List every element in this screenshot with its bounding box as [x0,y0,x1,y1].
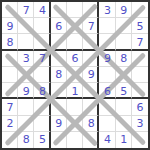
cell-r2c6[interactable]: 7 [83,18,99,34]
cell-r4c1[interactable] [2,51,18,67]
cell-r9c6[interactable] [83,132,99,148]
cell-r3c4[interactable] [51,34,67,50]
cell-r6c7[interactable]: 6 [99,83,115,99]
cell-r7c5[interactable] [67,99,83,115]
cell-r3c8[interactable] [116,34,132,50]
cell-r6c2[interactable]: 9 [18,83,34,99]
cell-r5c5[interactable] [67,67,83,83]
cell-r7c4[interactable] [51,99,67,115]
cell-r1c2[interactable]: 7 [18,2,34,18]
cell-r4c8[interactable]: 8 [116,51,132,67]
cell-r5c9[interactable] [132,67,148,83]
cell-r4c4[interactable] [51,51,67,67]
cell-r3c3[interactable] [34,34,50,50]
cell-r4c3[interactable]: 7 [34,51,50,67]
cell-r3c7[interactable] [99,34,115,50]
cell-r6c6[interactable] [83,83,99,99]
cell-r8c4[interactable]: 9 [51,116,67,132]
cell-r6c9[interactable] [132,83,148,99]
cell-r9c4[interactable] [51,132,67,148]
cell-r7c1[interactable]: 7 [2,99,18,115]
cell-r4c6[interactable] [83,51,99,67]
cell-r1c1[interactable] [2,2,18,18]
cell-r7c3[interactable] [34,99,50,115]
cell-r2c1[interactable]: 9 [2,18,18,34]
cell-r1c4[interactable] [51,2,67,18]
cell-r8c3[interactable] [34,116,50,132]
cell-r7c2[interactable] [18,99,34,115]
cell-r9c7[interactable]: 4 [99,132,115,148]
cell-r2c8[interactable] [116,18,132,34]
cell-r3c9[interactable]: 7 [132,34,148,50]
cell-r4c9[interactable] [132,51,148,67]
cell-r7c6[interactable] [83,99,99,115]
cell-r2c4[interactable]: 6 [51,18,67,34]
cell-r2c9[interactable]: 5 [132,18,148,34]
cell-r4c7[interactable]: 9 [99,51,115,67]
cell-r2c7[interactable] [99,18,115,34]
cell-r1c8[interactable]: 9 [116,2,132,18]
cell-r4c2[interactable]: 3 [18,51,34,67]
cell-r5c1[interactable] [2,67,18,83]
cell-r2c5[interactable] [67,18,83,34]
cell-r9c9[interactable] [132,132,148,148]
cell-r8c1[interactable]: 2 [2,116,18,132]
cell-r9c3[interactable]: 5 [34,132,50,148]
cell-r8c7[interactable] [99,116,115,132]
cell-r8c6[interactable]: 8 [83,116,99,132]
cell-r2c2[interactable] [18,18,34,34]
cell-r2c3[interactable] [34,18,50,34]
cell-r5c7[interactable] [99,67,115,83]
cell-r8c2[interactable] [18,116,34,132]
cell-r3c1[interactable]: 8 [2,34,18,50]
cell-r9c1[interactable] [2,132,18,148]
cell-r8c8[interactable] [116,116,132,132]
cell-r7c8[interactable] [116,99,132,115]
cell-r1c9[interactable] [132,2,148,18]
cell-r6c5[interactable]: 1 [67,83,83,99]
cell-r6c8[interactable]: 5 [116,83,132,99]
cell-r6c4[interactable] [51,83,67,99]
cell-r5c6[interactable]: 9 [83,67,99,83]
cell-r8c9[interactable]: 3 [132,116,148,132]
cell-r1c3[interactable]: 4 [34,2,50,18]
cell-r6c3[interactable]: 8 [34,83,50,99]
cell-r8c5[interactable] [67,116,83,132]
cell-r5c4[interactable]: 8 [51,67,67,83]
cell-r5c8[interactable] [116,67,132,83]
cell-r9c8[interactable]: 1 [116,132,132,148]
cell-r1c5[interactable] [67,2,83,18]
cell-r9c2[interactable]: 8 [18,132,34,148]
cell-r6c1[interactable] [2,83,18,99]
cell-r9c5[interactable] [67,132,83,148]
cell-r4c5[interactable]: 6 [67,51,83,67]
cell-r7c9[interactable]: 6 [132,99,148,115]
sudoku-grid: 74399675873769889981657629838541 [2,2,148,148]
cell-r1c6[interactable] [83,2,99,18]
cell-r1c7[interactable]: 3 [99,2,115,18]
cell-r5c3[interactable] [34,67,50,83]
cell-r7c7[interactable] [99,99,115,115]
sudoku-board: 74399675873769889981657629838541 [0,0,150,150]
cell-r5c2[interactable] [18,67,34,83]
cell-r3c6[interactable] [83,34,99,50]
cell-r3c2[interactable] [18,34,34,50]
cell-r3c5[interactable] [67,34,83,50]
